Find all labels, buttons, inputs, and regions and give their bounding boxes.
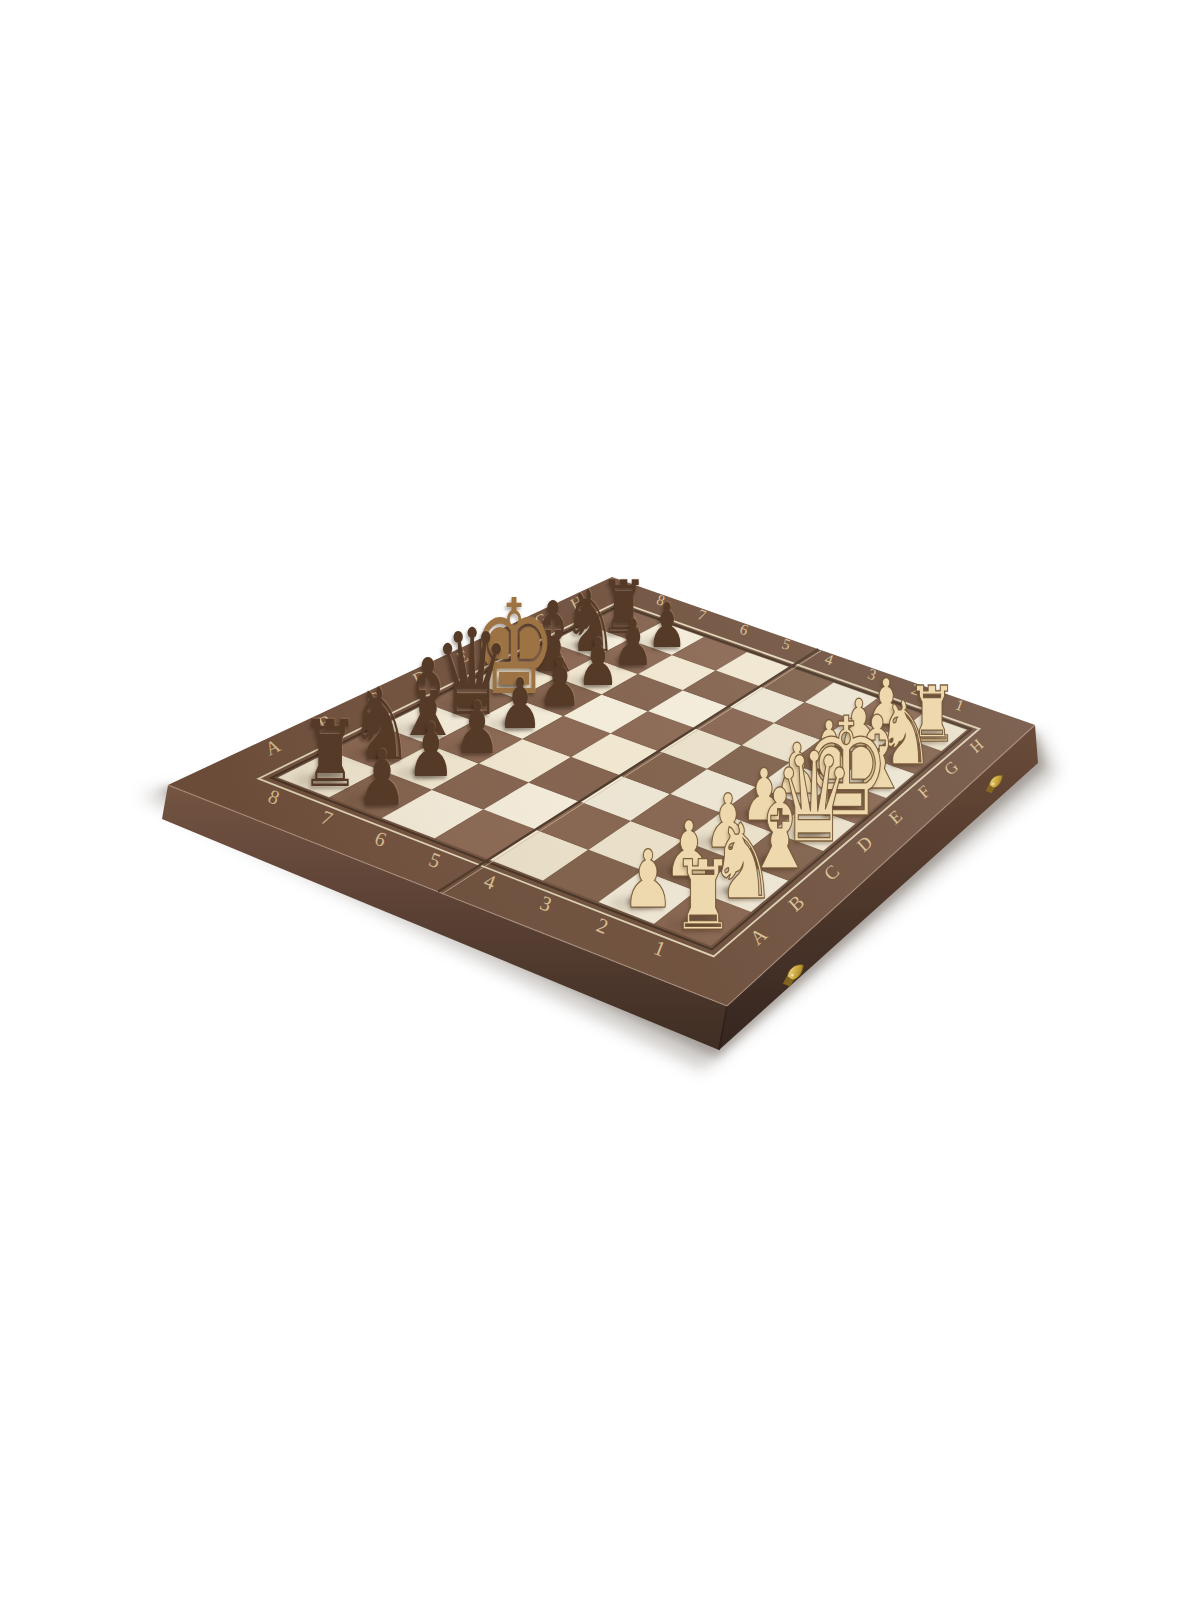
wood-sheen (168, 577, 1035, 1006)
board-svg: AA88BB77CC66DD55EE44FF33GG22HH11 (0, 0, 1200, 1600)
chessboard-product-photo: AA88BB77CC66DD55EE44FF33GG22HH11 ♜♟♞♟♝♟♚… (0, 0, 1200, 1600)
